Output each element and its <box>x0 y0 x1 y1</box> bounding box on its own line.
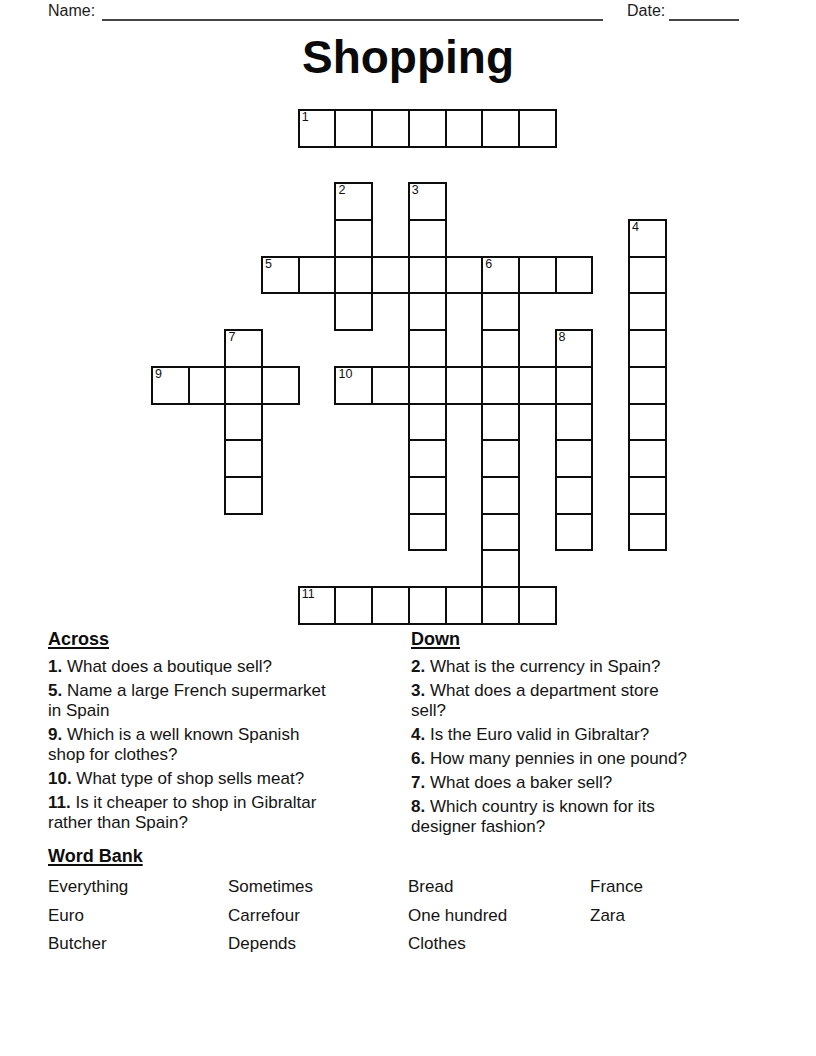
grid-cell-r2c5[interactable]: 2 <box>334 182 373 221</box>
cell-number-5: 5 <box>265 258 272 271</box>
clue-number-label: 2. <box>411 657 425 676</box>
down-clue-2: 2. What is the currency in Spain? <box>411 657 741 677</box>
cell-number-10: 10 <box>338 368 352 381</box>
clue-number-label: 5. <box>48 681 62 700</box>
grid-cell-r2c7[interactable]: 3 <box>408 182 447 221</box>
grid-cell-r4c4[interactable] <box>298 256 337 295</box>
grid-cell-r6c13[interactable] <box>628 329 667 368</box>
grid-cell-r10c7[interactable] <box>408 476 447 515</box>
grid-cell-r7c7[interactable] <box>408 366 447 405</box>
cell-number-4: 4 <box>632 221 639 234</box>
grid-cell-r0c9[interactable] <box>481 109 520 148</box>
clue-number-label: 4. <box>411 725 425 744</box>
grid-cell-r7c0[interactable]: 9 <box>151 366 190 405</box>
grid-cell-r7c1[interactable] <box>188 366 227 405</box>
grid-cell-r9c11[interactable] <box>555 439 594 478</box>
cell-number-7: 7 <box>228 331 235 344</box>
word-bank-item-5: Euro <box>48 905 228 934</box>
grid-cell-r9c13[interactable] <box>628 439 667 478</box>
grid-cell-r13c5[interactable] <box>334 586 373 625</box>
word-bank-item-7: One hundred <box>408 905 590 934</box>
grid-cell-r0c8[interactable] <box>445 109 484 148</box>
name-blank-line <box>102 4 603 21</box>
clue-number-label: 7. <box>411 773 425 792</box>
name-label: Name: <box>48 2 95 20</box>
grid-cell-r0c4[interactable]: 1 <box>298 109 337 148</box>
grid-cell-r9c9[interactable] <box>481 439 520 478</box>
grid-cell-r8c11[interactable] <box>555 403 594 442</box>
grid-cell-r11c11[interactable] <box>555 513 594 552</box>
grid-cell-r10c11[interactable] <box>555 476 594 515</box>
word-bank-item-2: Sometimes <box>228 876 408 905</box>
down-clue-8: 8. Which country is known for itsdesigne… <box>411 797 741 837</box>
grid-cell-r11c9[interactable] <box>481 513 520 552</box>
across-clue-list: 1. What does a boutique sell?5. Name a l… <box>48 657 400 833</box>
grid-cell-r0c7[interactable] <box>408 109 447 148</box>
grid-cell-r6c9[interactable] <box>481 329 520 368</box>
down-clue-list: 2. What is the currency in Spain?3. What… <box>411 657 741 837</box>
grid-cell-r8c9[interactable] <box>481 403 520 442</box>
grid-cell-r7c9[interactable] <box>481 366 520 405</box>
word-bank-item-10: Depends <box>228 933 408 962</box>
grid-cell-r6c11[interactable]: 8 <box>555 329 594 368</box>
crossword-grid: 1234567891011 <box>152 110 666 624</box>
grid-cell-r8c2[interactable] <box>224 403 263 442</box>
clue-number-label: 6. <box>411 749 425 768</box>
grid-cell-r3c7[interactable] <box>408 219 447 258</box>
across-heading: Across <box>48 629 400 650</box>
word-bank-item-4: France <box>590 876 778 905</box>
grid-cell-r9c2[interactable] <box>224 439 263 478</box>
cell-number-8: 8 <box>559 331 566 344</box>
word-bank-item-11: Clothes <box>408 933 590 962</box>
grid-cell-r4c5[interactable] <box>334 256 373 295</box>
grid-cell-r13c7[interactable] <box>408 586 447 625</box>
across-clue-5: 5. Name a large French supermarketin Spa… <box>48 681 400 721</box>
cell-number-2: 2 <box>338 184 345 197</box>
word-bank-item-1: Everything <box>48 876 228 905</box>
grid-cell-r4c9[interactable]: 6 <box>481 256 520 295</box>
grid-cell-r6c2[interactable]: 7 <box>224 329 263 368</box>
date-label: Date: <box>627 2 665 20</box>
grid-cell-r7c8[interactable] <box>445 366 484 405</box>
grid-cell-r7c5[interactable]: 10 <box>334 366 373 405</box>
grid-cell-r0c10[interactable] <box>518 109 557 148</box>
grid-cell-r5c7[interactable] <box>408 292 447 331</box>
grid-cell-r10c13[interactable] <box>628 476 667 515</box>
grid-cell-r13c10[interactable] <box>518 586 557 625</box>
grid-cell-r4c8[interactable] <box>445 256 484 295</box>
across-clue-1: 1. What does a boutique sell? <box>48 657 400 677</box>
grid-cell-r12c9[interactable] <box>481 549 520 588</box>
grid-cell-r11c7[interactable] <box>408 513 447 552</box>
grid-cell-r7c3[interactable] <box>261 366 300 405</box>
down-clue-3: 3. What does a department storesell? <box>411 681 741 721</box>
grid-cell-r13c4[interactable]: 11 <box>298 586 337 625</box>
grid-cell-r13c9[interactable] <box>481 586 520 625</box>
grid-cell-r8c13[interactable] <box>628 403 667 442</box>
worksheet-page: Name: Date: Shopping 1234567891011 Acros… <box>0 0 816 1056</box>
across-clues-section: Across 1. What does a boutique sell?5. N… <box>48 629 400 837</box>
down-clue-7: 7. What does a baker sell? <box>411 773 741 793</box>
grid-cell-r7c2[interactable] <box>224 366 263 405</box>
grid-cell-r10c2[interactable] <box>224 476 263 515</box>
grid-cell-r3c5[interactable] <box>334 219 373 258</box>
grid-cell-r4c13[interactable] <box>628 256 667 295</box>
grid-cell-r5c5[interactable] <box>334 292 373 331</box>
grid-cell-r9c7[interactable] <box>408 439 447 478</box>
grid-cell-r6c7[interactable] <box>408 329 447 368</box>
word-bank-item-8: Zara <box>590 905 778 934</box>
across-clue-9: 9. Which is a well known Spanishshop for… <box>48 725 400 765</box>
grid-cell-r4c10[interactable] <box>518 256 557 295</box>
word-bank-heading: Word Bank <box>48 846 778 867</box>
cell-number-1: 1 <box>302 111 309 124</box>
grid-cell-r5c9[interactable] <box>481 292 520 331</box>
clue-number-label: 8. <box>411 797 425 816</box>
down-heading: Down <box>411 629 741 650</box>
grid-cell-r10c9[interactable] <box>481 476 520 515</box>
grid-cell-r3c13[interactable]: 4 <box>628 219 667 258</box>
grid-cell-r7c11[interactable] <box>555 366 594 405</box>
clue-number-label: 10. <box>48 769 72 788</box>
cell-number-6: 6 <box>485 258 492 271</box>
down-clues-section: Down 2. What is the currency in Spain?3.… <box>411 629 741 841</box>
grid-cell-r8c7[interactable] <box>408 403 447 442</box>
grid-cell-r5c13[interactable] <box>628 292 667 331</box>
grid-cell-r4c11[interactable] <box>555 256 594 295</box>
across-clue-10: 10. What type of shop sells meat? <box>48 769 400 789</box>
cell-number-3: 3 <box>412 184 419 197</box>
word-bank-list: EverythingSometimesBreadFranceEuroCarref… <box>48 876 778 962</box>
clue-number-label: 9. <box>48 725 62 744</box>
grid-cell-r7c13[interactable] <box>628 366 667 405</box>
grid-cell-r13c8[interactable] <box>445 586 484 625</box>
grid-cell-r0c6[interactable] <box>371 109 410 148</box>
cell-number-9: 9 <box>155 368 162 381</box>
word-bank-section: Word Bank EverythingSometimesBreadFrance… <box>48 846 778 962</box>
grid-cell-r7c6[interactable] <box>371 366 410 405</box>
clue-number-label: 3. <box>411 681 425 700</box>
word-bank-item-6: Carrefour <box>228 905 408 934</box>
word-bank-item-3: Bread <box>408 876 590 905</box>
grid-cell-r11c13[interactable] <box>628 513 667 552</box>
clue-number-label: 11. <box>48 793 71 812</box>
down-clue-4: 4. Is the Euro valid in Gibraltar? <box>411 725 741 745</box>
clue-number-label: 1. <box>48 657 62 676</box>
grid-cell-r4c6[interactable] <box>371 256 410 295</box>
word-bank-item-9: Butcher <box>48 933 228 962</box>
grid-cell-r0c5[interactable] <box>334 109 373 148</box>
across-clue-11: 11. Is it cheaper to shop in Gibraltarra… <box>48 793 400 833</box>
grid-cell-r4c7[interactable] <box>408 256 447 295</box>
date-blank-line <box>669 4 739 21</box>
cell-number-11: 11 <box>302 588 315 601</box>
grid-cell-r7c10[interactable] <box>518 366 557 405</box>
page-title: Shopping <box>0 30 816 85</box>
grid-cell-r4c3[interactable]: 5 <box>261 256 300 295</box>
down-clue-6: 6. How many pennies in one pound? <box>411 749 741 769</box>
grid-cell-r13c6[interactable] <box>371 586 410 625</box>
